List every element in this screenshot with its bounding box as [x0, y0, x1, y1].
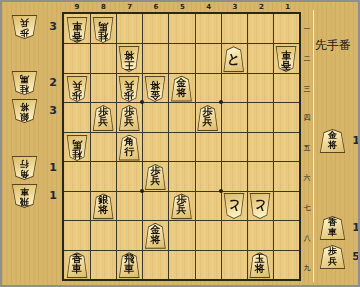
square-42[interactable] — [195, 43, 222, 73]
square-61[interactable] — [142, 14, 169, 44]
square-98[interactable] — [64, 220, 91, 250]
turn-indicator: 先手番 — [315, 38, 360, 52]
rank-label-1: 一 — [301, 25, 313, 33]
rank-label-6: 六 — [301, 174, 313, 182]
hoshi-dot — [219, 189, 223, 193]
rank-label-2: 二 — [301, 55, 313, 63]
rank-label-5: 五 — [301, 144, 313, 152]
square-36[interactable] — [221, 161, 248, 191]
piece-kanji: 銀将 — [11, 99, 38, 121]
square-17[interactable] — [273, 191, 299, 221]
square-56[interactable] — [168, 161, 195, 191]
hand-piece-gote-pawn[interactable]: 歩兵 — [11, 15, 38, 39]
shogi-app: 香車桂馬王将と香車歩兵歩兵金将金将歩兵歩兵歩兵桂馬角行歩兵銀将歩兵とと金将香車飛… — [0, 0, 360, 287]
tray-divider — [313, 10, 314, 282]
square-59[interactable] — [168, 250, 195, 279]
square-76[interactable] — [116, 161, 143, 191]
square-86[interactable] — [90, 161, 117, 191]
square-55[interactable] — [168, 132, 195, 162]
rank-label-8: 八 — [301, 234, 313, 242]
file-label-2: 2 — [259, 3, 264, 11]
square-41[interactable] — [195, 14, 222, 44]
square-31[interactable] — [221, 14, 248, 44]
square-35[interactable] — [221, 132, 248, 162]
square-78[interactable] — [116, 220, 143, 250]
square-11[interactable] — [273, 14, 299, 44]
square-97[interactable] — [64, 191, 91, 221]
square-25[interactable] — [247, 132, 274, 162]
rank-label-3: 三 — [301, 85, 313, 93]
hand-count-gold: 1 — [350, 135, 360, 147]
square-49[interactable] — [195, 250, 222, 279]
square-47[interactable] — [195, 191, 222, 221]
file-label-9: 9 — [75, 3, 80, 11]
square-65[interactable] — [142, 132, 169, 162]
hand-count-rook: 1 — [47, 190, 59, 202]
hand-piece-gote-silver[interactable]: 銀将 — [11, 99, 38, 123]
piece-kanji: 飛車 — [11, 184, 38, 206]
square-96[interactable] — [64, 161, 91, 191]
file-label-8: 8 — [101, 3, 106, 11]
square-21[interactable] — [247, 14, 274, 44]
file-label-1: 1 — [285, 3, 290, 11]
square-26[interactable] — [247, 161, 274, 191]
square-24[interactable] — [247, 102, 274, 132]
piece-kanji: 歩兵 — [11, 15, 38, 37]
hand-count-silver: 3 — [47, 105, 59, 117]
square-77[interactable] — [116, 191, 143, 221]
hand-piece-gote-knight[interactable]: 桂馬 — [11, 71, 38, 95]
hand-count-pawn: 3 — [47, 21, 59, 33]
square-83[interactable] — [90, 73, 117, 103]
square-14[interactable] — [273, 102, 299, 132]
square-48[interactable] — [195, 220, 222, 250]
piece-kanji: 金将 — [319, 131, 346, 153]
piece-kanji: 香車 — [319, 218, 346, 240]
hoshi-dot — [140, 189, 144, 193]
piece-kanji: 角行 — [11, 156, 38, 178]
hand-piece-gote-bishop[interactable]: 角行 — [11, 156, 38, 180]
hoshi-dot — [140, 100, 144, 104]
hand-count-lance: 1 — [350, 222, 360, 234]
square-39[interactable] — [221, 250, 248, 279]
square-18[interactable] — [273, 220, 299, 250]
hand-piece-gote-rook[interactable]: 飛車 — [11, 184, 38, 208]
hand-count-knight: 2 — [47, 77, 59, 89]
rank-label-9: 九 — [301, 264, 313, 272]
square-67[interactable] — [142, 191, 169, 221]
square-16[interactable] — [273, 161, 299, 191]
square-62[interactable] — [142, 43, 169, 73]
square-46[interactable] — [195, 161, 222, 191]
square-33[interactable] — [221, 73, 248, 103]
square-69[interactable] — [142, 250, 169, 279]
hand-count-bishop: 1 — [47, 162, 59, 174]
square-85[interactable] — [90, 132, 117, 162]
square-92[interactable] — [64, 43, 91, 73]
piece-kanji: 歩兵 — [319, 247, 346, 269]
hand-piece-sente-pawn[interactable]: 歩兵 — [319, 245, 346, 269]
square-43[interactable] — [195, 73, 222, 103]
square-45[interactable] — [195, 132, 222, 162]
rank-label-7: 七 — [301, 204, 313, 212]
file-label-7: 7 — [127, 3, 132, 11]
hand-count-pawn: 5 — [350, 251, 360, 263]
square-15[interactable] — [273, 132, 299, 162]
square-34[interactable] — [221, 102, 248, 132]
square-13[interactable] — [273, 73, 299, 103]
piece-kanji: 桂馬 — [11, 71, 38, 93]
square-71[interactable] — [116, 14, 143, 44]
square-28[interactable] — [247, 220, 274, 250]
square-51[interactable] — [168, 14, 195, 44]
shogi-board: 香車桂馬王将と香車歩兵歩兵金将金将歩兵歩兵歩兵桂馬角行歩兵銀将歩兵とと金将香車飛… — [62, 12, 301, 281]
square-22[interactable] — [247, 43, 274, 73]
square-82[interactable] — [90, 43, 117, 73]
file-label-5: 5 — [180, 3, 185, 11]
square-94[interactable] — [64, 102, 91, 132]
square-54[interactable] — [168, 102, 195, 132]
rank-label-4: 四 — [301, 114, 313, 122]
file-label-6: 6 — [154, 3, 159, 11]
hand-piece-sente-lance[interactable]: 香車 — [319, 216, 346, 240]
square-64[interactable] — [142, 102, 169, 132]
square-23[interactable] — [247, 73, 274, 103]
hand-piece-sente-gold[interactable]: 金将 — [319, 129, 346, 153]
square-89[interactable] — [90, 250, 117, 279]
square-19[interactable] — [273, 250, 299, 279]
square-38[interactable] — [221, 220, 248, 250]
square-88[interactable] — [90, 220, 117, 250]
file-label-4: 4 — [206, 3, 211, 11]
square-58[interactable] — [168, 220, 195, 250]
square-52[interactable] — [168, 43, 195, 73]
hoshi-dot — [219, 100, 223, 104]
file-label-3: 3 — [233, 3, 238, 11]
